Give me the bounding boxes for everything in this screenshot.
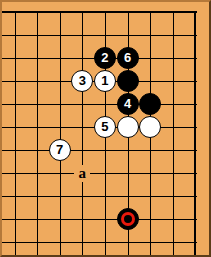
go-board-diagram: 2631457a	[0, 0, 211, 257]
grid-hline	[2, 219, 197, 220]
grid-hline	[2, 173, 197, 174]
point-label-a: a	[74, 165, 90, 182]
stone-white-5: 5	[94, 116, 116, 138]
stone-black-6: 6	[117, 47, 139, 69]
stone-white	[139, 116, 161, 138]
stone-black	[139, 93, 161, 115]
stone-white-7: 7	[49, 139, 71, 161]
grid-vline	[15, 11, 16, 255]
stone-white-3: 3	[71, 70, 93, 92]
stone-white	[117, 116, 139, 138]
grid-hline	[2, 150, 197, 151]
grid-vline	[37, 11, 38, 255]
grid-hline	[2, 242, 197, 243]
stone-black-2: 2	[94, 47, 116, 69]
stone-black-4: 4	[117, 93, 139, 115]
stone-black-marked	[117, 208, 139, 230]
stone-white-1: 1	[94, 70, 116, 92]
grid-vline	[173, 11, 174, 255]
grid-hline	[2, 196, 197, 197]
red-circle-marker-icon	[121, 212, 135, 226]
grid-vline	[82, 11, 83, 255]
grid-hline	[2, 104, 197, 105]
board-right-edge-line	[194, 11, 196, 255]
stone-black	[117, 70, 139, 92]
grid-hline	[2, 35, 197, 36]
board-top-edge-line	[2, 11, 197, 13]
grid-vline	[60, 11, 61, 255]
